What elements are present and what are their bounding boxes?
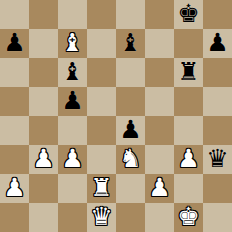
square-b5[interactable] (29, 87, 58, 116)
chess-board: ♚♟♝♝♟♝♜♟♟♟♟♞♟♛♟♜♟♛♚ (0, 0, 232, 232)
square-h6[interactable] (203, 58, 232, 87)
square-h8[interactable] (203, 0, 232, 29)
square-b6[interactable] (29, 58, 58, 87)
square-b2[interactable] (29, 174, 58, 203)
square-d8[interactable] (87, 0, 116, 29)
square-c3[interactable]: ♟ (58, 145, 87, 174)
square-d5[interactable] (87, 87, 116, 116)
square-d4[interactable] (87, 116, 116, 145)
black-pawn-piece[interactable]: ♟ (3, 28, 25, 57)
black-pawn-piece[interactable]: ♟ (61, 86, 83, 115)
square-b7[interactable] (29, 29, 58, 58)
square-a4[interactable] (0, 116, 29, 145)
square-b3[interactable]: ♟ (29, 145, 58, 174)
square-c5[interactable]: ♟ (58, 87, 87, 116)
square-e5[interactable] (116, 87, 145, 116)
square-d1[interactable]: ♛ (87, 203, 116, 232)
square-f5[interactable] (145, 87, 174, 116)
square-g8[interactable]: ♚ (174, 0, 203, 29)
square-e3[interactable]: ♞ (116, 145, 145, 174)
square-a5[interactable] (0, 87, 29, 116)
square-e4[interactable]: ♟ (116, 116, 145, 145)
square-f6[interactable] (145, 58, 174, 87)
square-a6[interactable] (0, 58, 29, 87)
square-a8[interactable] (0, 0, 29, 29)
square-a3[interactable] (0, 145, 29, 174)
black-pawn-piece[interactable]: ♟ (119, 115, 141, 144)
black-queen-piece[interactable]: ♛ (206, 144, 228, 173)
white-queen-piece[interactable]: ♛ (90, 202, 112, 231)
square-f7[interactable] (145, 29, 174, 58)
white-pawn-piece[interactable]: ♟ (3, 173, 25, 202)
square-g3[interactable]: ♟ (174, 145, 203, 174)
square-c6[interactable]: ♝ (58, 58, 87, 87)
white-rook-piece[interactable]: ♜ (90, 173, 112, 202)
square-a2[interactable]: ♟ (0, 174, 29, 203)
square-a7[interactable]: ♟ (0, 29, 29, 58)
white-king-piece[interactable]: ♚ (177, 202, 199, 231)
square-h5[interactable] (203, 87, 232, 116)
black-bishop-piece[interactable]: ♝ (61, 57, 83, 86)
square-h3[interactable]: ♛ (203, 145, 232, 174)
square-g4[interactable] (174, 116, 203, 145)
black-king-piece[interactable]: ♚ (177, 0, 199, 28)
square-g5[interactable] (174, 87, 203, 116)
square-g2[interactable] (174, 174, 203, 203)
square-g7[interactable] (174, 29, 203, 58)
square-d2[interactable]: ♜ (87, 174, 116, 203)
square-e6[interactable] (116, 58, 145, 87)
white-pawn-piece[interactable]: ♟ (148, 173, 170, 202)
white-pawn-piece[interactable]: ♟ (61, 144, 83, 173)
white-bishop-piece[interactable]: ♝ (61, 28, 83, 57)
white-pawn-piece[interactable]: ♟ (32, 144, 54, 173)
square-b4[interactable] (29, 116, 58, 145)
square-e1[interactable] (116, 203, 145, 232)
square-d6[interactable] (87, 58, 116, 87)
square-f2[interactable]: ♟ (145, 174, 174, 203)
square-e8[interactable] (116, 0, 145, 29)
square-c1[interactable] (58, 203, 87, 232)
square-b1[interactable] (29, 203, 58, 232)
square-h2[interactable] (203, 174, 232, 203)
square-b8[interactable] (29, 0, 58, 29)
square-d3[interactable] (87, 145, 116, 174)
square-h1[interactable] (203, 203, 232, 232)
square-f4[interactable] (145, 116, 174, 145)
square-c2[interactable] (58, 174, 87, 203)
square-h7[interactable]: ♟ (203, 29, 232, 58)
square-e7[interactable]: ♝ (116, 29, 145, 58)
square-f1[interactable] (145, 203, 174, 232)
white-pawn-piece[interactable]: ♟ (177, 144, 199, 173)
black-bishop-piece[interactable]: ♝ (119, 28, 141, 57)
black-rook-piece[interactable]: ♜ (177, 57, 199, 86)
square-f3[interactable] (145, 145, 174, 174)
square-c8[interactable] (58, 0, 87, 29)
square-c4[interactable] (58, 116, 87, 145)
square-e2[interactable] (116, 174, 145, 203)
square-h4[interactable] (203, 116, 232, 145)
white-knight-piece[interactable]: ♞ (119, 144, 141, 173)
square-g1[interactable]: ♚ (174, 203, 203, 232)
square-d7[interactable] (87, 29, 116, 58)
square-a1[interactable] (0, 203, 29, 232)
square-g6[interactable]: ♜ (174, 58, 203, 87)
square-f8[interactable] (145, 0, 174, 29)
black-pawn-piece[interactable]: ♟ (206, 28, 228, 57)
square-c7[interactable]: ♝ (58, 29, 87, 58)
